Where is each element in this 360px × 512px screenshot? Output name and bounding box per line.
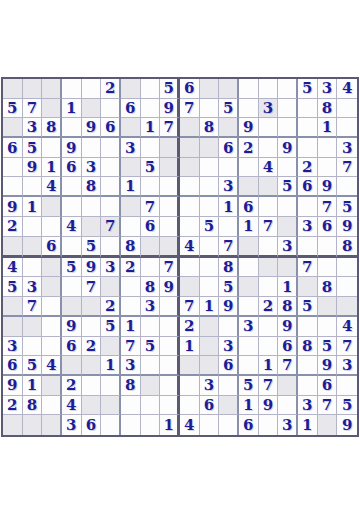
cell-r15c2[interactable]: 5 — [23, 356, 43, 376]
cell-r9c10[interactable]: 4 — [180, 237, 200, 258]
cell-r17c9[interactable] — [160, 396, 180, 416]
cell-r2c1[interactable]: 5 — [3, 99, 23, 119]
cell-r7c2[interactable]: 1 — [23, 197, 43, 217]
cell-r2c5[interactable] — [82, 99, 102, 119]
cell-r13c11[interactable] — [200, 317, 220, 337]
cell-r5c12[interactable] — [219, 158, 239, 178]
cell-r15c13[interactable] — [239, 356, 259, 376]
cell-r14c3[interactable] — [42, 337, 62, 357]
cell-r13c4[interactable]: 9 — [62, 317, 82, 337]
cell-r7c11[interactable] — [200, 197, 220, 217]
cell-r7c6[interactable] — [101, 197, 121, 217]
cell-r2c17[interactable]: 8 — [318, 99, 338, 119]
cell-r7c15[interactable] — [278, 197, 298, 217]
cell-r14c12[interactable]: 3 — [219, 337, 239, 357]
cell-r10c13[interactable] — [239, 258, 259, 278]
cell-r18c1[interactable] — [3, 415, 23, 435]
cell-r1c17[interactable]: 3 — [318, 79, 338, 99]
cell-r16c13[interactable]: 5 — [239, 376, 259, 396]
cell-r3c5[interactable]: 9 — [82, 118, 102, 138]
cell-r14c16[interactable]: 8 — [298, 337, 318, 357]
cell-r4c16[interactable] — [298, 138, 318, 158]
cell-r1c16[interactable]: 5 — [298, 79, 318, 99]
cell-r10c15[interactable] — [278, 258, 298, 278]
cell-r15c9[interactable] — [160, 356, 180, 376]
cell-r14c8[interactable]: 5 — [141, 337, 161, 357]
cell-r16c8[interactable] — [141, 376, 161, 396]
cell-r5c2[interactable]: 9 — [23, 158, 43, 178]
cell-r4c18[interactable]: 3 — [337, 138, 357, 158]
cell-r8c6[interactable]: 7 — [101, 217, 121, 237]
cell-r17c12[interactable] — [219, 396, 239, 416]
cell-r14c11[interactable] — [200, 337, 220, 357]
cell-r3c15[interactable] — [278, 118, 298, 138]
cell-r4c4[interactable]: 9 — [62, 138, 82, 158]
cell-r6c1[interactable] — [3, 177, 23, 197]
cell-r12c13[interactable] — [239, 297, 259, 317]
cell-r6c10[interactable] — [180, 177, 200, 197]
cell-r14c10[interactable]: 1 — [180, 337, 200, 357]
cell-r8c5[interactable] — [82, 217, 102, 237]
cell-r16c2[interactable]: 1 — [23, 376, 43, 396]
cell-r7c4[interactable] — [62, 197, 82, 217]
cell-r5c10[interactable] — [180, 158, 200, 178]
cell-r5c18[interactable]: 7 — [337, 158, 357, 178]
cell-r9c12[interactable]: 7 — [219, 237, 239, 258]
cell-r14c1[interactable]: 3 — [3, 337, 23, 357]
cell-r2c7[interactable]: 6 — [121, 99, 141, 119]
cell-r7c13[interactable]: 6 — [239, 197, 259, 217]
cell-r12c16[interactable]: 5 — [298, 297, 318, 317]
cell-r8c16[interactable]: 3 — [298, 217, 318, 237]
cell-r7c18[interactable]: 5 — [337, 197, 357, 217]
cell-r11c15[interactable]: 1 — [278, 277, 298, 297]
cell-r11c11[interactable] — [200, 277, 220, 297]
cell-r16c6[interactable] — [101, 376, 121, 396]
cell-r2c10[interactable]: 7 — [180, 99, 200, 119]
cell-r9c2[interactable] — [23, 237, 43, 258]
cell-r1c9[interactable]: 5 — [160, 79, 180, 99]
cell-r17c5[interactable] — [82, 396, 102, 416]
cell-r13c5[interactable] — [82, 317, 102, 337]
cell-r8c7[interactable] — [121, 217, 141, 237]
cell-r17c6[interactable] — [101, 396, 121, 416]
cell-r18c11[interactable] — [200, 415, 220, 435]
cell-r1c13[interactable] — [239, 79, 259, 99]
cell-r9c13[interactable] — [239, 237, 259, 258]
cell-r6c2[interactable] — [23, 177, 43, 197]
cell-r12c4[interactable] — [62, 297, 82, 317]
cell-r15c14[interactable]: 1 — [259, 356, 279, 376]
cell-r10c1[interactable]: 4 — [3, 258, 23, 278]
cell-r3c16[interactable] — [298, 118, 318, 138]
cell-r17c7[interactable] — [121, 396, 141, 416]
cell-r16c4[interactable]: 2 — [62, 376, 82, 396]
cell-r17c13[interactable]: 1 — [239, 396, 259, 416]
cell-r13c15[interactable]: 9 — [278, 317, 298, 337]
cell-r18c14[interactable] — [259, 415, 279, 435]
cell-r8c10[interactable] — [180, 217, 200, 237]
cell-r11c14[interactable] — [259, 277, 279, 297]
cell-r1c1[interactable] — [3, 79, 23, 99]
cell-r17c10[interactable] — [180, 396, 200, 416]
cell-r16c10[interactable] — [180, 376, 200, 396]
cell-r15c5[interactable] — [82, 356, 102, 376]
cell-r16c17[interactable]: 6 — [318, 376, 338, 396]
cell-r7c1[interactable]: 9 — [3, 197, 23, 217]
cell-r10c12[interactable]: 8 — [219, 258, 239, 278]
cell-r2c16[interactable] — [298, 99, 318, 119]
cell-r9c9[interactable] — [160, 237, 180, 258]
cell-r10c6[interactable]: 3 — [101, 258, 121, 278]
cell-r1c6[interactable]: 2 — [101, 79, 121, 99]
cell-r18c12[interactable] — [219, 415, 239, 435]
cell-r1c11[interactable] — [200, 79, 220, 99]
cell-r12c5[interactable] — [82, 297, 102, 317]
cell-r11c18[interactable] — [337, 277, 357, 297]
cell-r8c14[interactable]: 7 — [259, 217, 279, 237]
cell-r18c10[interactable]: 4 — [180, 415, 200, 435]
cell-r14c18[interactable]: 7 — [337, 337, 357, 357]
cell-r12c15[interactable]: 8 — [278, 297, 298, 317]
cell-r6c6[interactable] — [101, 177, 121, 197]
cell-r16c3[interactable] — [42, 376, 62, 396]
cell-r3c3[interactable]: 8 — [42, 118, 62, 138]
cell-r5c7[interactable] — [121, 158, 141, 178]
cell-r2c13[interactable] — [239, 99, 259, 119]
cell-r3c7[interactable] — [121, 118, 141, 138]
cell-r15c15[interactable]: 7 — [278, 356, 298, 376]
cell-r7c10[interactable] — [180, 197, 200, 217]
cell-r8c4[interactable]: 4 — [62, 217, 82, 237]
cell-r15c1[interactable]: 6 — [3, 356, 23, 376]
cell-r17c11[interactable]: 6 — [200, 396, 220, 416]
cell-r1c14[interactable] — [259, 79, 279, 99]
cell-r14c14[interactable] — [259, 337, 279, 357]
cell-r10c17[interactable] — [318, 258, 338, 278]
cell-r10c2[interactable] — [23, 258, 43, 278]
cell-r18c6[interactable] — [101, 415, 121, 435]
cell-r1c7[interactable] — [121, 79, 141, 99]
cell-r12c6[interactable]: 2 — [101, 297, 121, 317]
cell-r8c17[interactable]: 6 — [318, 217, 338, 237]
cell-r17c8[interactable] — [141, 396, 161, 416]
cell-r10c8[interactable] — [141, 258, 161, 278]
cell-r13c1[interactable] — [3, 317, 23, 337]
cell-r12c2[interactable]: 7 — [23, 297, 43, 317]
cell-r8c2[interactable] — [23, 217, 43, 237]
cell-r1c4[interactable] — [62, 79, 82, 99]
cell-r17c3[interactable] — [42, 396, 62, 416]
cell-r11c5[interactable]: 7 — [82, 277, 102, 297]
cell-r18c3[interactable] — [42, 415, 62, 435]
cell-r3c12[interactable] — [219, 118, 239, 138]
cell-r3c13[interactable]: 9 — [239, 118, 259, 138]
cell-r3c6[interactable]: 6 — [101, 118, 121, 138]
cell-r7c7[interactable] — [121, 197, 141, 217]
cell-r10c7[interactable]: 2 — [121, 258, 141, 278]
cell-r13c6[interactable]: 5 — [101, 317, 121, 337]
cell-r6c8[interactable] — [141, 177, 161, 197]
cell-r16c1[interactable]: 9 — [3, 376, 23, 396]
cell-r17c18[interactable]: 5 — [337, 396, 357, 416]
cell-r12c11[interactable]: 1 — [200, 297, 220, 317]
cell-r9c7[interactable]: 8 — [121, 237, 141, 258]
cell-r5c5[interactable]: 3 — [82, 158, 102, 178]
cell-r18c18[interactable]: 9 — [337, 415, 357, 435]
cell-r11c16[interactable] — [298, 277, 318, 297]
cell-r8c12[interactable] — [219, 217, 239, 237]
cell-r4c15[interactable]: 9 — [278, 138, 298, 158]
cell-r2c12[interactable]: 5 — [219, 99, 239, 119]
cell-r17c2[interactable]: 8 — [23, 396, 43, 416]
cell-r13c18[interactable]: 4 — [337, 317, 357, 337]
cell-r3c10[interactable] — [180, 118, 200, 138]
cell-r8c15[interactable] — [278, 217, 298, 237]
cell-r9c16[interactable] — [298, 237, 318, 258]
cell-r7c5[interactable] — [82, 197, 102, 217]
cell-r5c4[interactable]: 6 — [62, 158, 82, 178]
cell-r11c9[interactable]: 9 — [160, 277, 180, 297]
cell-r16c9[interactable] — [160, 376, 180, 396]
cell-r7c16[interactable] — [298, 197, 318, 217]
cell-r2c6[interactable] — [101, 99, 121, 119]
cell-r2c4[interactable]: 1 — [62, 99, 82, 119]
cell-r4c3[interactable] — [42, 138, 62, 158]
cell-r15c11[interactable] — [200, 356, 220, 376]
cell-r15c18[interactable]: 3 — [337, 356, 357, 376]
cell-r11c4[interactable] — [62, 277, 82, 297]
cell-r15c17[interactable]: 9 — [318, 356, 338, 376]
cell-r4c11[interactable] — [200, 138, 220, 158]
cell-r5c15[interactable] — [278, 158, 298, 178]
cell-r15c16[interactable] — [298, 356, 318, 376]
cell-r12c3[interactable] — [42, 297, 62, 317]
cell-r5c13[interactable] — [239, 158, 259, 178]
cell-r11c7[interactable] — [121, 277, 141, 297]
cell-r18c8[interactable] — [141, 415, 161, 435]
cell-r14c15[interactable]: 6 — [278, 337, 298, 357]
cell-r16c7[interactable]: 8 — [121, 376, 141, 396]
cell-r5c11[interactable] — [200, 158, 220, 178]
cell-r3c1[interactable] — [3, 118, 23, 138]
cell-r3c18[interactable] — [337, 118, 357, 138]
cell-r13c3[interactable] — [42, 317, 62, 337]
cell-r13c7[interactable]: 1 — [121, 317, 141, 337]
cell-r1c12[interactable] — [219, 79, 239, 99]
cell-r2c8[interactable] — [141, 99, 161, 119]
cell-r10c10[interactable] — [180, 258, 200, 278]
cell-r5c1[interactable] — [3, 158, 23, 178]
cell-r5c8[interactable]: 5 — [141, 158, 161, 178]
cell-r8c3[interactable] — [42, 217, 62, 237]
cell-r10c16[interactable]: 7 — [298, 258, 318, 278]
cell-r14c7[interactable]: 7 — [121, 337, 141, 357]
cell-r1c5[interactable] — [82, 79, 102, 99]
cell-r13c10[interactable]: 2 — [180, 317, 200, 337]
cell-r17c14[interactable]: 9 — [259, 396, 279, 416]
cell-r16c18[interactable] — [337, 376, 357, 396]
cell-r9c14[interactable] — [259, 237, 279, 258]
cell-r2c2[interactable]: 7 — [23, 99, 43, 119]
cell-r6c4[interactable] — [62, 177, 82, 197]
cell-r15c3[interactable]: 4 — [42, 356, 62, 376]
cell-r14c9[interactable] — [160, 337, 180, 357]
cell-r3c14[interactable] — [259, 118, 279, 138]
cell-r18c13[interactable]: 6 — [239, 415, 259, 435]
cell-r6c15[interactable]: 5 — [278, 177, 298, 197]
cell-r2c3[interactable] — [42, 99, 62, 119]
cell-r8c9[interactable] — [160, 217, 180, 237]
cell-r13c13[interactable]: 3 — [239, 317, 259, 337]
cell-r4c6[interactable] — [101, 138, 121, 158]
cell-r9c1[interactable] — [3, 237, 23, 258]
cell-r15c4[interactable] — [62, 356, 82, 376]
cell-r10c4[interactable]: 5 — [62, 258, 82, 278]
cell-r4c10[interactable] — [180, 138, 200, 158]
cell-r7c8[interactable]: 7 — [141, 197, 161, 217]
cell-r9c3[interactable]: 6 — [42, 237, 62, 258]
cell-r11c3[interactable] — [42, 277, 62, 297]
cell-r10c5[interactable]: 9 — [82, 258, 102, 278]
cell-r1c2[interactable] — [23, 79, 43, 99]
cell-r10c14[interactable] — [259, 258, 279, 278]
cell-r15c10[interactable] — [180, 356, 200, 376]
cell-r11c2[interactable]: 3 — [23, 277, 43, 297]
cell-r2c9[interactable]: 9 — [160, 99, 180, 119]
cell-r18c9[interactable]: 1 — [160, 415, 180, 435]
cell-r9c11[interactable] — [200, 237, 220, 258]
cell-r11c17[interactable]: 8 — [318, 277, 338, 297]
cell-r14c5[interactable]: 2 — [82, 337, 102, 357]
cell-r4c7[interactable]: 3 — [121, 138, 141, 158]
cell-r12c8[interactable]: 3 — [141, 297, 161, 317]
cell-r13c9[interactable] — [160, 317, 180, 337]
cell-r4c1[interactable]: 6 — [3, 138, 23, 158]
cell-r17c15[interactable] — [278, 396, 298, 416]
cell-r4c5[interactable] — [82, 138, 102, 158]
cell-r6c16[interactable]: 6 — [298, 177, 318, 197]
cell-r18c2[interactable] — [23, 415, 43, 435]
cell-r12c1[interactable] — [3, 297, 23, 317]
cell-r3c9[interactable]: 7 — [160, 118, 180, 138]
cell-r11c13[interactable] — [239, 277, 259, 297]
cell-r8c1[interactable]: 2 — [3, 217, 23, 237]
cell-r1c8[interactable] — [141, 79, 161, 99]
cell-r6c7[interactable]: 1 — [121, 177, 141, 197]
cell-r1c10[interactable]: 6 — [180, 79, 200, 99]
cell-r6c17[interactable]: 9 — [318, 177, 338, 197]
cell-r16c15[interactable] — [278, 376, 298, 396]
cell-r9c15[interactable]: 3 — [278, 237, 298, 258]
cell-r5c9[interactable] — [160, 158, 180, 178]
cell-r17c17[interactable]: 7 — [318, 396, 338, 416]
cell-r3c17[interactable]: 1 — [318, 118, 338, 138]
cell-r4c17[interactable] — [318, 138, 338, 158]
cell-r6c18[interactable] — [337, 177, 357, 197]
cell-r12c17[interactable] — [318, 297, 338, 317]
cell-r7c17[interactable]: 7 — [318, 197, 338, 217]
cell-r17c1[interactable]: 2 — [3, 396, 23, 416]
cell-r9c6[interactable] — [101, 237, 121, 258]
cell-r13c2[interactable] — [23, 317, 43, 337]
cell-r16c14[interactable]: 7 — [259, 376, 279, 396]
cell-r18c16[interactable]: 1 — [298, 415, 318, 435]
cell-r1c3[interactable] — [42, 79, 62, 99]
cell-r16c11[interactable]: 3 — [200, 376, 220, 396]
cell-r14c13[interactable] — [239, 337, 259, 357]
cell-r17c4[interactable]: 4 — [62, 396, 82, 416]
cell-r6c13[interactable] — [239, 177, 259, 197]
cell-r12c12[interactable]: 9 — [219, 297, 239, 317]
cell-r18c15[interactable]: 3 — [278, 415, 298, 435]
cell-r9c17[interactable] — [318, 237, 338, 258]
cell-r14c4[interactable]: 6 — [62, 337, 82, 357]
cell-r9c5[interactable]: 5 — [82, 237, 102, 258]
cell-r8c13[interactable]: 1 — [239, 217, 259, 237]
cell-r12c9[interactable] — [160, 297, 180, 317]
cell-r18c5[interactable]: 6 — [82, 415, 102, 435]
cell-r6c12[interactable]: 3 — [219, 177, 239, 197]
cell-r5c14[interactable]: 4 — [259, 158, 279, 178]
cell-r8c11[interactable]: 5 — [200, 217, 220, 237]
cell-r13c16[interactable] — [298, 317, 318, 337]
cell-r13c14[interactable] — [259, 317, 279, 337]
cell-r5c16[interactable]: 2 — [298, 158, 318, 178]
cell-r3c11[interactable]: 8 — [200, 118, 220, 138]
cell-r6c9[interactable] — [160, 177, 180, 197]
cell-r9c18[interactable]: 8 — [337, 237, 357, 258]
cell-r12c10[interactable]: 7 — [180, 297, 200, 317]
cell-r11c8[interactable]: 8 — [141, 277, 161, 297]
cell-r15c7[interactable]: 3 — [121, 356, 141, 376]
cell-r3c8[interactable]: 1 — [141, 118, 161, 138]
cell-r10c9[interactable]: 7 — [160, 258, 180, 278]
cell-r5c17[interactable] — [318, 158, 338, 178]
cell-r11c12[interactable]: 5 — [219, 277, 239, 297]
cell-r2c11[interactable] — [200, 99, 220, 119]
cell-r16c12[interactable] — [219, 376, 239, 396]
cell-r10c11[interactable] — [200, 258, 220, 278]
cell-r4c13[interactable]: 2 — [239, 138, 259, 158]
cell-r11c6[interactable] — [101, 277, 121, 297]
cell-r11c10[interactable] — [180, 277, 200, 297]
cell-r8c18[interactable]: 9 — [337, 217, 357, 237]
cell-r6c11[interactable] — [200, 177, 220, 197]
cell-r6c3[interactable]: 4 — [42, 177, 62, 197]
cell-r4c9[interactable] — [160, 138, 180, 158]
cell-r1c18[interactable]: 4 — [337, 79, 357, 99]
cell-r9c4[interactable] — [62, 237, 82, 258]
cell-r18c17[interactable] — [318, 415, 338, 435]
cell-r17c16[interactable]: 3 — [298, 396, 318, 416]
cell-r14c17[interactable]: 5 — [318, 337, 338, 357]
cell-r18c7[interactable] — [121, 415, 141, 435]
cell-r15c6[interactable]: 1 — [101, 356, 121, 376]
cell-r8c8[interactable]: 6 — [141, 217, 161, 237]
cell-r16c16[interactable] — [298, 376, 318, 396]
cell-r7c12[interactable]: 1 — [219, 197, 239, 217]
cell-r4c2[interactable]: 5 — [23, 138, 43, 158]
cell-r1c15[interactable] — [278, 79, 298, 99]
cell-r7c9[interactable] — [160, 197, 180, 217]
cell-r3c4[interactable] — [62, 118, 82, 138]
cell-r12c18[interactable] — [337, 297, 357, 317]
cell-r14c6[interactable] — [101, 337, 121, 357]
cell-r12c14[interactable]: 2 — [259, 297, 279, 317]
cell-r18c4[interactable]: 3 — [62, 415, 82, 435]
cell-r6c14[interactable] — [259, 177, 279, 197]
